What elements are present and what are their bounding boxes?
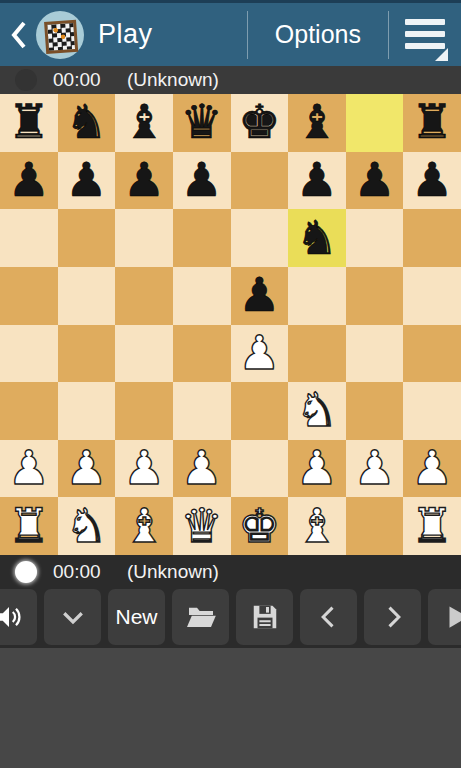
square-f4[interactable] <box>288 325 346 383</box>
white-clock-bar: 00:00 (Unknown) <box>0 555 461 589</box>
white-pawn: ♟ <box>65 444 107 491</box>
black-clock-time: 00:00 <box>53 69 109 91</box>
square-b1[interactable]: ♞ <box>58 497 116 555</box>
white-king: ♚ <box>238 502 280 549</box>
black-king: ♚ <box>238 98 280 145</box>
square-a3[interactable] <box>0 382 58 440</box>
square-c5[interactable] <box>115 267 173 325</box>
black-pawn: ♟ <box>65 156 107 203</box>
square-f5[interactable] <box>288 267 346 325</box>
white-queen: ♛ <box>181 502 223 549</box>
square-h7[interactable]: ♟ <box>403 152 461 210</box>
square-g2[interactable]: ♟ <box>346 440 404 498</box>
square-e5[interactable]: ♟ <box>231 267 289 325</box>
square-a2[interactable]: ♟ <box>0 440 58 498</box>
square-f8[interactable]: ♝ <box>288 94 346 152</box>
square-a7[interactable]: ♟ <box>0 152 58 210</box>
black-pawn: ♟ <box>353 156 395 203</box>
square-c8[interactable]: ♝ <box>115 94 173 152</box>
square-f6[interactable]: ♞ <box>288 209 346 267</box>
square-b3[interactable] <box>58 382 116 440</box>
square-d3[interactable] <box>173 382 231 440</box>
square-b5[interactable] <box>58 267 116 325</box>
square-e1[interactable]: ♚ <box>231 497 289 555</box>
black-pawn: ♟ <box>8 156 50 203</box>
square-h6[interactable] <box>403 209 461 267</box>
square-h8[interactable]: ♜ <box>403 94 461 152</box>
black-rook: ♜ <box>8 98 50 145</box>
options-button[interactable]: Options <box>248 5 388 65</box>
open-file-button[interactable] <box>172 589 229 645</box>
play-triangle-icon <box>442 602 461 632</box>
volume-button[interactable] <box>0 589 37 645</box>
square-g7[interactable]: ♟ <box>346 152 404 210</box>
square-c1[interactable]: ♝ <box>115 497 173 555</box>
square-h3[interactable] <box>403 382 461 440</box>
speaker-icon <box>0 602 24 632</box>
square-g1[interactable] <box>346 497 404 555</box>
square-c2[interactable]: ♟ <box>115 440 173 498</box>
square-d4[interactable] <box>173 325 231 383</box>
next-move-button[interactable] <box>364 589 421 645</box>
black-queen: ♛ <box>181 98 223 145</box>
back-chevron-icon <box>9 19 29 51</box>
white-knight: ♞ <box>65 502 107 549</box>
white-pawn: ♟ <box>353 444 395 491</box>
square-d1[interactable]: ♛ <box>173 497 231 555</box>
new-game-button[interactable]: New <box>108 589 165 645</box>
app-header: Play Options <box>0 0 461 66</box>
back-button[interactable] <box>2 11 36 59</box>
bottom-control-area: 00:00 (Unknown) New <box>0 555 461 648</box>
app-icon <box>36 11 84 59</box>
square-h1[interactable]: ♜ <box>403 497 461 555</box>
square-a4[interactable] <box>0 325 58 383</box>
black-pawn: ♟ <box>181 156 223 203</box>
chevron-right-icon <box>379 602 407 632</box>
square-d6[interactable] <box>173 209 231 267</box>
black-pawn: ♟ <box>411 156 453 203</box>
floppy-save-icon <box>250 602 280 632</box>
white-rook: ♜ <box>8 502 50 549</box>
white-pawn: ♟ <box>123 444 165 491</box>
square-d5[interactable] <box>173 267 231 325</box>
black-rook: ♜ <box>411 98 453 145</box>
app-screen: Play Options 00:00 (Unknown) ♜♞♝♛♚♝♜♟♟♟♟… <box>0 0 461 768</box>
save-button[interactable] <box>236 589 293 645</box>
square-g3[interactable] <box>346 382 404 440</box>
square-d2[interactable]: ♟ <box>173 440 231 498</box>
square-a6[interactable] <box>0 209 58 267</box>
square-g5[interactable] <box>346 267 404 325</box>
white-pawn: ♟ <box>8 444 50 491</box>
menu-list-icon <box>405 19 445 50</box>
black-bishop: ♝ <box>296 98 338 145</box>
square-f3[interactable]: ♞ <box>288 382 346 440</box>
square-b7[interactable]: ♟ <box>58 152 116 210</box>
white-player-name: (Unknown) <box>127 561 219 583</box>
black-pawn: ♟ <box>296 156 338 203</box>
square-a8[interactable]: ♜ <box>0 94 58 152</box>
square-e3[interactable] <box>231 382 289 440</box>
black-clock-bar: 00:00 (Unknown) <box>0 66 461 94</box>
square-e6[interactable] <box>231 209 289 267</box>
square-e8[interactable]: ♚ <box>231 94 289 152</box>
white-player-indicator <box>15 561 37 583</box>
square-c4[interactable] <box>115 325 173 383</box>
square-b6[interactable] <box>58 209 116 267</box>
chess-board: ♜♞♝♛♚♝♜♟♟♟♟♟♟♟♞♟♟♞♟♟♟♟♟♟♟♜♞♝♛♚♝♜ <box>0 94 461 555</box>
chevron-down-icon <box>58 602 88 632</box>
black-pawn: ♟ <box>238 271 280 318</box>
lower-panel <box>0 648 461 768</box>
black-knight: ♞ <box>296 214 338 261</box>
white-pawn: ♟ <box>181 444 223 491</box>
square-e4[interactable]: ♟ <box>231 325 289 383</box>
square-f7[interactable]: ♟ <box>288 152 346 210</box>
square-g4[interactable] <box>346 325 404 383</box>
square-e2[interactable] <box>231 440 289 498</box>
square-f1[interactable]: ♝ <box>288 497 346 555</box>
play-forward-button[interactable] <box>428 589 461 645</box>
square-h2[interactable]: ♟ <box>403 440 461 498</box>
white-knight: ♞ <box>296 386 338 433</box>
square-h4[interactable] <box>403 325 461 383</box>
square-a1[interactable]: ♜ <box>0 497 58 555</box>
black-pawn: ♟ <box>123 156 165 203</box>
square-h5[interactable] <box>403 267 461 325</box>
square-c6[interactable] <box>115 209 173 267</box>
black-player-name: (Unknown) <box>127 69 219 91</box>
square-d7[interactable]: ♟ <box>173 152 231 210</box>
square-f2[interactable]: ♟ <box>288 440 346 498</box>
square-a5[interactable] <box>0 267 58 325</box>
white-pawn: ♟ <box>238 329 280 376</box>
square-c7[interactable]: ♟ <box>115 152 173 210</box>
white-bishop: ♝ <box>123 502 165 549</box>
square-b4[interactable] <box>58 325 116 383</box>
toolbar: New <box>0 589 461 645</box>
square-g8[interactable] <box>346 94 404 152</box>
square-e7[interactable] <box>231 152 289 210</box>
white-pawn: ♟ <box>411 444 453 491</box>
white-rook: ♜ <box>411 502 453 549</box>
square-b2[interactable]: ♟ <box>58 440 116 498</box>
square-b8[interactable]: ♞ <box>58 94 116 152</box>
black-bishop: ♝ <box>123 98 165 145</box>
chessboard-app-icon <box>44 19 78 53</box>
menu-button[interactable] <box>389 5 461 65</box>
black-player-indicator <box>15 69 37 91</box>
square-g6[interactable] <box>346 209 404 267</box>
white-pawn: ♟ <box>296 444 338 491</box>
square-d8[interactable]: ♛ <box>173 94 231 152</box>
black-knight: ♞ <box>65 98 107 145</box>
open-folder-icon <box>185 601 217 633</box>
page-title: Play <box>98 19 153 50</box>
white-clock-time: 00:00 <box>53 561 109 583</box>
collapse-button[interactable] <box>44 589 101 645</box>
white-bishop: ♝ <box>296 502 338 549</box>
square-c3[interactable] <box>115 382 173 440</box>
previous-move-button[interactable] <box>300 589 357 645</box>
chevron-left-icon <box>315 602 343 632</box>
